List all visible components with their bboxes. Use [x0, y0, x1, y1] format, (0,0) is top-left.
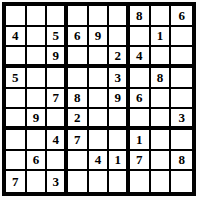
cell-r4c6: 3 [109, 68, 130, 89]
cell-r1c1[interactable] [6, 6, 27, 27]
cell-r9c2[interactable] [27, 171, 48, 192]
cell-r2c9[interactable] [171, 27, 192, 48]
cell-r9c3: 3 [47, 171, 68, 192]
cell-r7c3: 4 [47, 130, 68, 151]
cell-r3c1[interactable] [6, 47, 27, 68]
cell-r8c8[interactable] [151, 151, 172, 172]
cell-r8c6: 1 [109, 151, 130, 172]
cell-r3c9[interactable] [171, 47, 192, 68]
cell-r7c4: 7 [68, 130, 89, 151]
cell-r8c2: 6 [27, 151, 48, 172]
cell-r3c5[interactable] [89, 47, 110, 68]
sudoku-board: 864569192453878969234716417873 [2, 2, 196, 196]
cell-r7c9[interactable] [171, 130, 192, 151]
cell-r2c7[interactable] [130, 27, 151, 48]
cell-r7c6[interactable] [109, 130, 130, 151]
cell-r8c1[interactable] [6, 151, 27, 172]
cell-r7c7: 1 [130, 130, 151, 151]
cell-r4c2[interactable] [27, 68, 48, 89]
cell-r4c3[interactable] [47, 68, 68, 89]
cell-r7c5[interactable] [89, 130, 110, 151]
cell-r6c9: 3 [171, 109, 192, 130]
cell-r6c3[interactable] [47, 109, 68, 130]
cell-r2c5: 9 [89, 27, 110, 48]
cell-r1c7: 8 [130, 6, 151, 27]
cell-r8c7: 7 [130, 151, 151, 172]
cell-r5c5[interactable] [89, 89, 110, 110]
cell-r4c7[interactable] [130, 68, 151, 89]
cell-r5c3: 7 [47, 89, 68, 110]
cell-r4c4[interactable] [68, 68, 89, 89]
cell-r3c2[interactable] [27, 47, 48, 68]
cell-r8c4[interactable] [68, 151, 89, 172]
cell-r8c9: 8 [171, 151, 192, 172]
cell-r5c8[interactable] [151, 89, 172, 110]
cell-r8c5: 4 [89, 151, 110, 172]
cell-r9c5[interactable] [89, 171, 110, 192]
cell-r9c7[interactable] [130, 171, 151, 192]
cell-r9c8[interactable] [151, 171, 172, 192]
cell-r5c1[interactable] [6, 89, 27, 110]
cell-r2c1: 4 [6, 27, 27, 48]
cell-r2c2[interactable] [27, 27, 48, 48]
cell-r7c8[interactable] [151, 130, 172, 151]
cell-r5c4: 8 [68, 89, 89, 110]
cell-r3c3: 9 [47, 47, 68, 68]
cell-r4c5[interactable] [89, 68, 110, 89]
cell-r9c4[interactable] [68, 171, 89, 192]
cell-r5c2[interactable] [27, 89, 48, 110]
cell-r9c6[interactable] [109, 171, 130, 192]
cell-r6c7[interactable] [130, 109, 151, 130]
cell-r5c7: 6 [130, 89, 151, 110]
cell-r6c4: 2 [68, 109, 89, 130]
cell-r8c3[interactable] [47, 151, 68, 172]
cell-r9c1: 7 [6, 171, 27, 192]
cell-r1c5[interactable] [89, 6, 110, 27]
cell-r5c9[interactable] [171, 89, 192, 110]
cell-r9c9[interactable] [171, 171, 192, 192]
cell-r1c8[interactable] [151, 6, 172, 27]
cell-r1c4[interactable] [68, 6, 89, 27]
cell-r3c4[interactable] [68, 47, 89, 68]
cell-r2c4: 6 [68, 27, 89, 48]
cell-r3c7: 4 [130, 47, 151, 68]
cell-r1c9: 6 [171, 6, 192, 27]
cell-r6c1[interactable] [6, 109, 27, 130]
cell-r2c3: 5 [47, 27, 68, 48]
cell-r2c6[interactable] [109, 27, 130, 48]
cell-r4c8: 8 [151, 68, 172, 89]
cell-r3c8[interactable] [151, 47, 172, 68]
cell-r6c2: 9 [27, 109, 48, 130]
cell-r1c3[interactable] [47, 6, 68, 27]
cell-r6c8[interactable] [151, 109, 172, 130]
cell-r2c8: 1 [151, 27, 172, 48]
cell-r4c1: 5 [6, 68, 27, 89]
cell-r6c5[interactable] [89, 109, 110, 130]
cell-r7c1[interactable] [6, 130, 27, 151]
cell-r5c6: 9 [109, 89, 130, 110]
cell-r7c2[interactable] [27, 130, 48, 151]
cell-r6c6[interactable] [109, 109, 130, 130]
cell-r1c2[interactable] [27, 6, 48, 27]
cell-r4c9[interactable] [171, 68, 192, 89]
cell-r1c6[interactable] [109, 6, 130, 27]
cell-r3c6: 2 [109, 47, 130, 68]
